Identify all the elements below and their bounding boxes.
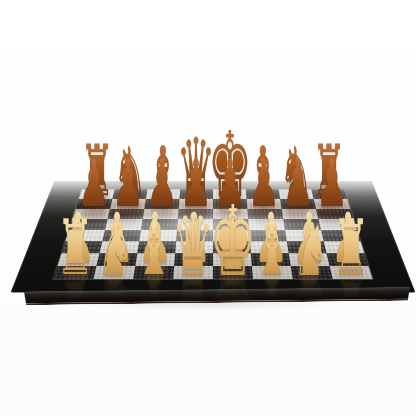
pieces-layer: ♜♜♞♞♝♝♛♛♚♚♝♝♞♞♜♜♟♟♟♟♟♟♟♟♟♟♟♟♟♟♟♟♟♟♟♟♟♟♟♟… bbox=[0, 0, 416, 416]
chess-set-photo: ♜♜♞♞♝♝♛♛♚♚♝♝♞♞♜♜♟♟♟♟♟♟♟♟♟♟♟♟♟♟♟♟♟♟♟♟♟♟♟♟… bbox=[0, 0, 416, 416]
piece-white-rook: ♜ bbox=[326, 210, 376, 286]
